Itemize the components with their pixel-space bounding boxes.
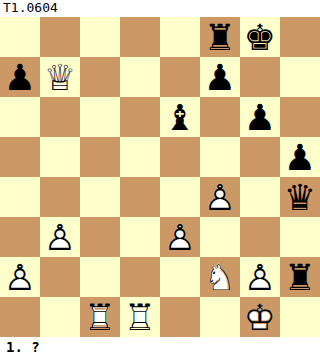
- white-queen: ♛♕: [40, 57, 80, 97]
- square-f2[interactable]: ♞♘: [200, 257, 240, 297]
- square-h6[interactable]: [280, 97, 320, 137]
- square-a6[interactable]: [0, 97, 40, 137]
- square-h3[interactable]: [280, 217, 320, 257]
- square-g4[interactable]: [240, 177, 280, 217]
- square-a4[interactable]: [0, 177, 40, 217]
- square-d7[interactable]: [120, 57, 160, 97]
- square-h7[interactable]: [280, 57, 320, 97]
- square-e3[interactable]: ♟♙: [160, 217, 200, 257]
- square-b1[interactable]: [40, 297, 80, 337]
- square-e7[interactable]: [160, 57, 200, 97]
- black-pawn: ♟: [0, 57, 40, 97]
- chess-board: ♜♚♟♛♕♟♝♟♟♟♙♛♟♙♟♙♟♙♞♘♟♙♜♜♖♜♖♚♔: [0, 17, 320, 337]
- black-bishop: ♝: [160, 97, 200, 137]
- square-g6[interactable]: ♟: [240, 97, 280, 137]
- square-c3[interactable]: [80, 217, 120, 257]
- square-a1[interactable]: [0, 297, 40, 337]
- white-pawn: ♟♙: [200, 177, 240, 217]
- square-a8[interactable]: [0, 17, 40, 57]
- square-d3[interactable]: [120, 217, 160, 257]
- black-rook: ♜: [200, 17, 240, 57]
- square-b8[interactable]: [40, 17, 80, 57]
- move-prompt-label: 1. ?: [0, 337, 320, 360]
- square-f6[interactable]: [200, 97, 240, 137]
- square-d1[interactable]: ♜♖: [120, 297, 160, 337]
- square-c8[interactable]: [80, 17, 120, 57]
- square-f8[interactable]: ♜: [200, 17, 240, 57]
- square-e5[interactable]: [160, 137, 200, 177]
- black-pawn: ♟: [240, 97, 280, 137]
- black-pawn: ♟: [280, 137, 320, 177]
- square-c1[interactable]: ♜♖: [80, 297, 120, 337]
- black-queen: ♛: [280, 177, 320, 217]
- square-h8[interactable]: [280, 17, 320, 57]
- square-e2[interactable]: [160, 257, 200, 297]
- white-pawn: ♟♙: [40, 217, 80, 257]
- white-rook: ♜♖: [120, 297, 160, 337]
- square-d4[interactable]: [120, 177, 160, 217]
- square-g7[interactable]: [240, 57, 280, 97]
- square-g2[interactable]: ♟♙: [240, 257, 280, 297]
- square-b4[interactable]: [40, 177, 80, 217]
- square-c7[interactable]: [80, 57, 120, 97]
- square-d2[interactable]: [120, 257, 160, 297]
- black-pawn: ♟: [200, 57, 240, 97]
- square-d5[interactable]: [120, 137, 160, 177]
- puzzle-page: T1.0604 ♜♚♟♛♕♟♝♟♟♟♙♛♟♙♟♙♟♙♞♘♟♙♜♜♖♜♖♚♔ 1.…: [0, 0, 320, 360]
- square-b5[interactable]: [40, 137, 80, 177]
- square-c2[interactable]: [80, 257, 120, 297]
- square-d6[interactable]: [120, 97, 160, 137]
- square-h2[interactable]: ♜: [280, 257, 320, 297]
- square-a3[interactable]: [0, 217, 40, 257]
- square-f4[interactable]: ♟♙: [200, 177, 240, 217]
- square-b7[interactable]: ♛♕: [40, 57, 80, 97]
- square-c4[interactable]: [80, 177, 120, 217]
- square-g3[interactable]: [240, 217, 280, 257]
- square-d8[interactable]: [120, 17, 160, 57]
- square-b3[interactable]: ♟♙: [40, 217, 80, 257]
- square-f7[interactable]: ♟: [200, 57, 240, 97]
- square-c5[interactable]: [80, 137, 120, 177]
- square-e8[interactable]: [160, 17, 200, 57]
- square-a5[interactable]: [0, 137, 40, 177]
- black-king: ♚: [240, 17, 280, 57]
- square-b2[interactable]: [40, 257, 80, 297]
- white-rook: ♜♖: [80, 297, 120, 337]
- white-pawn: ♟♙: [160, 217, 200, 257]
- square-b6[interactable]: [40, 97, 80, 137]
- square-c6[interactable]: [80, 97, 120, 137]
- black-rook: ♜: [280, 257, 320, 297]
- square-g5[interactable]: [240, 137, 280, 177]
- square-f3[interactable]: [200, 217, 240, 257]
- square-a7[interactable]: ♟: [0, 57, 40, 97]
- square-h4[interactable]: ♛: [280, 177, 320, 217]
- square-g8[interactable]: ♚: [240, 17, 280, 57]
- square-e6[interactable]: ♝: [160, 97, 200, 137]
- square-e4[interactable]: [160, 177, 200, 217]
- square-e1[interactable]: [160, 297, 200, 337]
- white-pawn: ♟♙: [240, 257, 280, 297]
- white-knight: ♞♘: [200, 257, 240, 297]
- square-a2[interactable]: ♟♙: [0, 257, 40, 297]
- square-f5[interactable]: [200, 137, 240, 177]
- square-h5[interactable]: ♟: [280, 137, 320, 177]
- square-h1[interactable]: [280, 297, 320, 337]
- square-g1[interactable]: ♚♔: [240, 297, 280, 337]
- white-pawn: ♟♙: [0, 257, 40, 297]
- white-king: ♚♔: [240, 297, 280, 337]
- puzzle-id-label: T1.0604: [0, 0, 320, 17]
- square-f1[interactable]: [200, 297, 240, 337]
